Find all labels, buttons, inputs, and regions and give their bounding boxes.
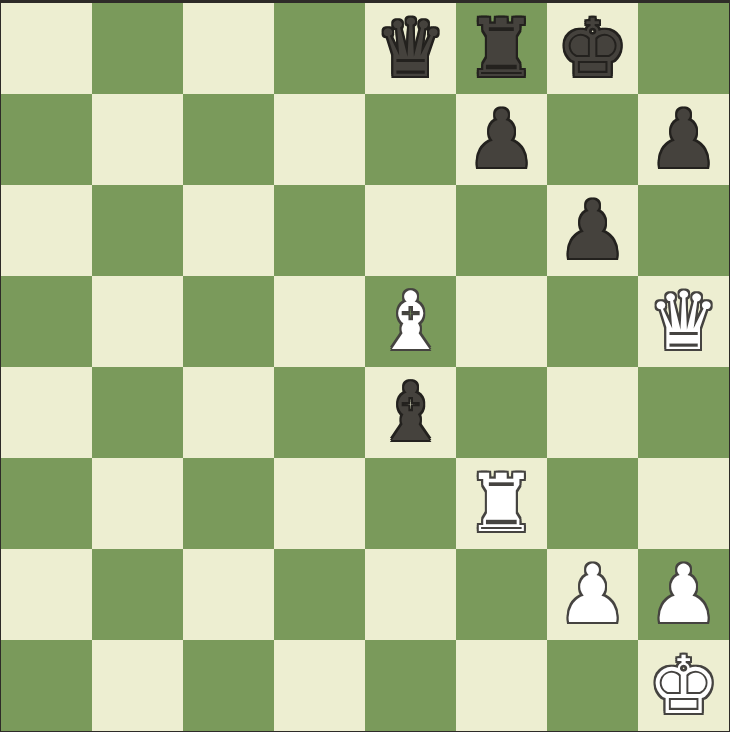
square-h4[interactable] xyxy=(638,367,729,458)
piece-white-rook[interactable]: ♜ xyxy=(466,458,538,549)
square-c4[interactable] xyxy=(183,367,274,458)
square-e7[interactable] xyxy=(365,94,456,185)
square-a5[interactable] xyxy=(1,276,92,367)
square-g5[interactable] xyxy=(547,276,638,367)
square-f2[interactable] xyxy=(456,549,547,640)
square-a4[interactable] xyxy=(1,367,92,458)
square-f7[interactable]: ♟ xyxy=(456,94,547,185)
square-d8[interactable] xyxy=(274,3,365,94)
square-h8[interactable] xyxy=(638,3,729,94)
square-e8[interactable]: ♛ xyxy=(365,3,456,94)
piece-black-rook[interactable]: ♜ xyxy=(466,3,538,94)
square-c6[interactable] xyxy=(183,185,274,276)
piece-black-pawn[interactable]: ♟ xyxy=(466,94,538,185)
square-f1[interactable] xyxy=(456,640,547,731)
square-g7[interactable] xyxy=(547,94,638,185)
square-h2[interactable]: ♟ xyxy=(638,549,729,640)
piece-black-queen[interactable]: ♛ xyxy=(375,3,447,94)
square-b3[interactable] xyxy=(92,458,183,549)
square-h1[interactable]: ♚ xyxy=(638,640,729,731)
square-d2[interactable] xyxy=(274,549,365,640)
piece-black-pawn[interactable]: ♟ xyxy=(648,94,720,185)
square-b2[interactable] xyxy=(92,549,183,640)
square-d5[interactable] xyxy=(274,276,365,367)
square-d6[interactable] xyxy=(274,185,365,276)
square-a6[interactable] xyxy=(1,185,92,276)
square-b7[interactable] xyxy=(92,94,183,185)
square-c2[interactable] xyxy=(183,549,274,640)
piece-black-bishop[interactable]: ♝ xyxy=(375,367,447,458)
square-b4[interactable] xyxy=(92,367,183,458)
square-e2[interactable] xyxy=(365,549,456,640)
chess-board: ♛♜♚♟♟♟♝♛♝♜♟♟♚ xyxy=(1,3,729,731)
square-f8[interactable]: ♜ xyxy=(456,3,547,94)
square-f4[interactable] xyxy=(456,367,547,458)
piece-white-queen[interactable]: ♛ xyxy=(648,276,720,367)
square-h3[interactable] xyxy=(638,458,729,549)
square-e1[interactable] xyxy=(365,640,456,731)
square-d1[interactable] xyxy=(274,640,365,731)
piece-white-pawn[interactable]: ♟ xyxy=(557,549,629,640)
square-a1[interactable] xyxy=(1,640,92,731)
square-e6[interactable] xyxy=(365,185,456,276)
square-e3[interactable] xyxy=(365,458,456,549)
square-h7[interactable]: ♟ xyxy=(638,94,729,185)
square-g6[interactable]: ♟ xyxy=(547,185,638,276)
piece-black-king[interactable]: ♚ xyxy=(557,3,629,94)
square-b5[interactable] xyxy=(92,276,183,367)
square-c8[interactable] xyxy=(183,3,274,94)
square-a2[interactable] xyxy=(1,549,92,640)
square-d7[interactable] xyxy=(274,94,365,185)
square-g4[interactable] xyxy=(547,367,638,458)
piece-white-bishop[interactable]: ♝ xyxy=(375,276,447,367)
square-e5[interactable]: ♝ xyxy=(365,276,456,367)
square-f3[interactable]: ♜ xyxy=(456,458,547,549)
square-c1[interactable] xyxy=(183,640,274,731)
square-e4[interactable]: ♝ xyxy=(365,367,456,458)
piece-black-pawn[interactable]: ♟ xyxy=(557,185,629,276)
square-b6[interactable] xyxy=(92,185,183,276)
square-c3[interactable] xyxy=(183,458,274,549)
square-g1[interactable] xyxy=(547,640,638,731)
square-f5[interactable] xyxy=(456,276,547,367)
square-c7[interactable] xyxy=(183,94,274,185)
square-h5[interactable]: ♛ xyxy=(638,276,729,367)
square-g8[interactable]: ♚ xyxy=(547,3,638,94)
square-g3[interactable] xyxy=(547,458,638,549)
square-a7[interactable] xyxy=(1,94,92,185)
piece-white-pawn[interactable]: ♟ xyxy=(648,549,720,640)
square-g2[interactable]: ♟ xyxy=(547,549,638,640)
square-d4[interactable] xyxy=(274,367,365,458)
square-h6[interactable] xyxy=(638,185,729,276)
square-b8[interactable] xyxy=(92,3,183,94)
square-d3[interactable] xyxy=(274,458,365,549)
square-c5[interactable] xyxy=(183,276,274,367)
board-frame: ♛♜♚♟♟♟♝♛♝♜♟♟♚ xyxy=(0,0,730,732)
square-b1[interactable] xyxy=(92,640,183,731)
square-a3[interactable] xyxy=(1,458,92,549)
square-a8[interactable] xyxy=(1,3,92,94)
square-f6[interactable] xyxy=(456,185,547,276)
piece-white-king[interactable]: ♚ xyxy=(648,640,720,731)
